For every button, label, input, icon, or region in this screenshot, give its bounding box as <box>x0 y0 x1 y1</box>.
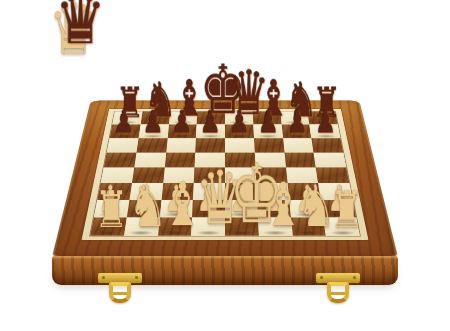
square-g5[interactable] <box>284 152 316 167</box>
square-h7[interactable]: ♟ <box>310 125 341 139</box>
black-pawn[interactable]: ♟ <box>171 106 193 138</box>
black-spare-queen[interactable]: ♛ <box>56 0 83 256</box>
chess-set-photo: ♛ ♛ ♜♞♝♚♛♝♞♜♟♟♟♟♟♟♟♟♟♟♟♟♟♟♟♟♜♞♝♛♚♝♞♜ <box>0 0 450 331</box>
square-c6[interactable] <box>166 138 196 152</box>
square-a1[interactable]: ♜ <box>90 217 126 235</box>
square-f7[interactable]: ♟ <box>253 125 283 139</box>
square-d1[interactable]: ♛ <box>191 217 225 235</box>
white-queen[interactable]: ♛ <box>196 161 221 235</box>
white-knight[interactable]: ♞ <box>297 177 322 235</box>
square-c1[interactable]: ♝ <box>158 217 193 235</box>
white-knight[interactable]: ♞ <box>128 177 153 235</box>
square-b7[interactable]: ♟ <box>138 125 168 139</box>
white-rook[interactable]: ♜ <box>95 184 120 234</box>
white-bishop[interactable]: ♝ <box>162 175 187 235</box>
black-pawn[interactable]: ♟ <box>200 106 222 138</box>
black-pawn[interactable]: ♟ <box>142 106 164 138</box>
board-inner-border: ♜♞♝♚♛♝♞♜♟♟♟♟♟♟♟♟♟♟♟♟♟♟♟♟♜♞♝♛♚♝♞♜ <box>82 109 369 240</box>
black-pawn[interactable]: ♟ <box>229 106 251 138</box>
black-pawn[interactable]: ♟ <box>286 106 308 138</box>
square-c7[interactable]: ♟ <box>167 125 197 139</box>
black-pawn[interactable]: ♟ <box>257 106 279 138</box>
square-e7[interactable]: ♟ <box>225 125 254 139</box>
latch-loop <box>109 282 131 303</box>
brass-latch-right <box>316 273 360 303</box>
board-grid: ♜♞♝♚♛♝♞♜♟♟♟♟♟♟♟♟♟♟♟♟♟♟♟♟♜♞♝♛♚♝♞♜ <box>90 112 360 236</box>
white-rook[interactable]: ♜ <box>330 184 355 234</box>
square-a7[interactable]: ♟ <box>110 125 141 139</box>
square-e1[interactable]: ♚ <box>225 217 259 235</box>
square-f1[interactable]: ♝ <box>258 217 293 235</box>
square-b5[interactable] <box>134 152 166 167</box>
chess-board: ♛ ♛ ♜♞♝♚♛♝♞♜♟♟♟♟♟♟♟♟♟♟♟♟♟♟♟♟♜♞♝♛♚♝♞♜ <box>52 100 398 257</box>
square-c5[interactable] <box>164 152 195 167</box>
board-frame: ♛ ♛ ♜♞♝♚♛♝♞♜♟♟♟♟♟♟♟♟♟♟♟♟♟♟♟♟♜♞♝♛♚♝♞♜ <box>52 100 398 257</box>
square-b6[interactable] <box>136 138 167 152</box>
square-h5[interactable] <box>314 152 347 167</box>
white-king[interactable]: ♚ <box>229 153 254 234</box>
square-h6[interactable] <box>312 138 344 152</box>
black-pawn[interactable]: ♟ <box>315 106 337 138</box>
square-d7[interactable]: ♟ <box>196 125 225 139</box>
square-b1[interactable]: ♞ <box>124 217 160 235</box>
black-pawn[interactable]: ♟ <box>113 106 135 138</box>
square-g7[interactable]: ♟ <box>281 125 311 139</box>
square-a6[interactable] <box>107 138 139 152</box>
latch-loop <box>327 282 349 303</box>
square-a5[interactable] <box>104 152 137 167</box>
brass-latch-left <box>98 273 142 303</box>
square-g6[interactable] <box>283 138 314 152</box>
square-d6[interactable] <box>195 138 225 152</box>
white-bishop[interactable]: ♝ <box>263 175 288 235</box>
